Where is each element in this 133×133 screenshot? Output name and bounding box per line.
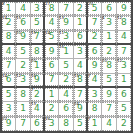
cell-r1c6[interactable]: 2 [74, 2, 88, 16]
digit: 7 [106, 104, 112, 113]
cell-r2c3[interactable]: 5 [31, 16, 45, 30]
cell-r1c7[interactable]: 205 [88, 2, 102, 16]
cell-r5c1[interactable]: 7 [2, 59, 16, 73]
digit: 7 [63, 4, 69, 13]
cell-r3c1[interactable]: 8 [2, 31, 16, 45]
digit: 1 [121, 75, 127, 84]
cage-sum: 20 [102, 59, 107, 63]
digit: 2 [92, 32, 98, 41]
cage-sum: 14 [2, 74, 7, 78]
digit: 1 [77, 18, 83, 27]
digit: 8 [34, 47, 40, 56]
digit: 9 [121, 4, 127, 13]
cage-sum: 11 [59, 31, 64, 35]
digit: 6 [49, 61, 55, 70]
cage-sum: 15 [16, 16, 21, 20]
cell-r8c6[interactable]: 249 [74, 102, 88, 116]
cell-r2c4[interactable]: 4 [45, 16, 59, 30]
cage-sum: 20 [31, 59, 36, 63]
cell-r6c8[interactable]: 5 [102, 74, 116, 88]
cage-sum: 14 [45, 31, 50, 35]
cell-r2c1[interactable]: 142 [2, 16, 16, 30]
digit: 2 [63, 75, 69, 84]
cell-r7c4[interactable]: 1 [45, 88, 59, 102]
cell-r5c2[interactable]: 2 [16, 59, 30, 73]
cage-sum: 22 [2, 117, 7, 121]
cell-r7c8[interactable]: 9 [102, 88, 116, 102]
cage-sum: 20 [88, 2, 93, 6]
cage-sum: 17 [45, 2, 50, 6]
cage-sum: 8 [2, 2, 5, 6]
digit: 4 [49, 18, 55, 27]
digit: 8 [63, 119, 69, 128]
cell-r4c5[interactable]: 161 [59, 45, 73, 59]
digit: 9 [106, 90, 112, 99]
digit: 3 [6, 104, 12, 113]
cell-r7c5[interactable]: 4 [59, 88, 73, 102]
digit: 8 [20, 90, 26, 99]
cell-r9c9[interactable]: 2 [117, 117, 131, 131]
cell-r2c9[interactable]: 128 [117, 16, 131, 30]
cell-r3c9[interactable]: 4 [117, 31, 131, 45]
digit: 5 [20, 47, 26, 56]
digit: 5 [106, 75, 112, 84]
cage-sum: 7 [88, 117, 91, 121]
cell-r5c3[interactable]: 201 [31, 59, 45, 73]
digit: 7 [6, 61, 12, 70]
cell-r9c3[interactable]: 6 [31, 117, 45, 131]
digit: 2 [77, 4, 83, 13]
digit: 6 [34, 119, 40, 128]
digit: 7 [92, 18, 98, 27]
cell-r4c7[interactable]: 6 [88, 45, 102, 59]
cell-r5c4[interactable]: 6 [45, 59, 59, 73]
cage-sum: 16 [59, 45, 64, 49]
cell-r4c9[interactable]: 7 [117, 45, 131, 59]
digit: 2 [49, 104, 55, 113]
cell-r3c4[interactable]: 145 [45, 31, 59, 45]
cage-sum: 16 [45, 117, 50, 121]
cell-r9c7[interactable]: 71 [88, 117, 102, 131]
digit: 8 [92, 104, 98, 113]
cage-sum: 12 [117, 16, 122, 20]
digit: 1 [49, 90, 55, 99]
cage-sum: 12 [16, 74, 21, 78]
digit: 5 [34, 18, 40, 27]
digit: 3 [106, 18, 112, 27]
digit: 1 [6, 4, 12, 13]
cell-r2c6[interactable]: 1 [74, 16, 88, 30]
digit: 7 [121, 47, 127, 56]
cell-r7c6[interactable]: 7 [74, 88, 88, 102]
cell-r8c7[interactable]: 8 [88, 102, 102, 116]
cell-r7c9[interactable]: 6 [117, 88, 131, 102]
cell-r6c1[interactable]: 146 [2, 74, 16, 88]
cell-r8c2[interactable]: 1 [16, 102, 30, 116]
cell-r7c3[interactable]: 72 [31, 88, 45, 102]
cell-r7c1[interactable]: 5 [2, 88, 16, 102]
cage-sum: 14 [2, 16, 7, 20]
cell-r3c5[interactable]: 113 [59, 31, 73, 45]
cell-r4c6[interactable]: 3 [74, 45, 88, 59]
cell-r6c9[interactable]: 1 [117, 74, 131, 88]
cage-sum: 15 [74, 74, 79, 78]
digit: 4 [106, 119, 112, 128]
cell-r2c8[interactable]: 43 [102, 16, 116, 30]
cell-r3c6[interactable]: 6 [74, 31, 88, 45]
digit: 5 [6, 90, 12, 99]
cell-r6c4[interactable]: 7 [45, 74, 59, 88]
cage-sum: 12 [117, 59, 122, 63]
digit: 3 [34, 4, 40, 13]
cage-sum: 16 [31, 74, 36, 78]
digit: 8 [6, 32, 12, 41]
cell-r9c4[interactable]: 163 [45, 117, 59, 131]
cell-r9c6[interactable]: 5 [74, 117, 88, 131]
cell-r8c9[interactable]: 5 [117, 102, 131, 116]
cell-r7c2[interactable]: 8 [16, 88, 30, 102]
cell-r6c7[interactable]: 74 [88, 74, 102, 88]
digit: 1 [106, 32, 112, 41]
digit: 3 [92, 90, 98, 99]
cell-r1c8[interactable]: 6 [102, 2, 116, 16]
cage-sum: 13 [31, 102, 36, 106]
cell-r9c8[interactable]: 4 [102, 117, 116, 131]
cell-r4c4[interactable]: 9 [45, 45, 59, 59]
cell-r5c8[interactable]: 208 [102, 59, 116, 73]
cell-r1c4[interactable]: 178 [45, 2, 59, 16]
cell-r5c6[interactable]: 4 [74, 59, 88, 73]
digit: 3 [77, 47, 83, 56]
cage-sum: 7 [88, 74, 91, 78]
cell-r1c2[interactable]: 4 [16, 2, 30, 16]
cell-r8c4[interactable]: 2 [45, 102, 59, 116]
digit: 6 [63, 104, 69, 113]
cell-r2c7[interactable]: 7 [88, 16, 102, 30]
cell-r2c5[interactable]: 139 [59, 16, 73, 30]
digit: 5 [63, 61, 69, 70]
cell-r6c2[interactable]: 123 [16, 74, 30, 88]
cell-r9c1[interactable]: 229 [2, 117, 16, 131]
digit: 2 [121, 119, 127, 128]
cell-r4c1[interactable]: 4 [2, 45, 16, 59]
cell-r7c7[interactable]: 3 [88, 88, 102, 102]
digit: 6 [77, 32, 83, 41]
cell-r6c6[interactable]: 158 [74, 74, 88, 88]
cell-r8c8[interactable]: 7 [102, 102, 116, 116]
digit: 5 [121, 104, 127, 113]
digit: 6 [106, 4, 112, 13]
digit: 6 [92, 47, 98, 56]
cage-sum: 7 [31, 88, 34, 92]
digit: 7 [49, 75, 55, 84]
cell-r1c1[interactable]: 81 [2, 2, 16, 16]
digit: 9 [92, 61, 98, 70]
cell-r1c9[interactable]: 9 [117, 2, 131, 16]
cell-r5c9[interactable]: 123 [117, 59, 131, 73]
cell-r1c3[interactable]: 3 [31, 2, 45, 16]
digit: 4 [92, 75, 98, 84]
cell-r5c7[interactable]: 9 [88, 59, 102, 73]
cell-r3c8[interactable]: 1 [102, 31, 116, 45]
cage-sum: 15 [31, 31, 36, 35]
digit: 6 [121, 90, 127, 99]
cell-r9c5[interactable]: 8 [59, 117, 73, 131]
cell-r2c2[interactable]: 156 [16, 16, 30, 30]
cage-sum: 20 [16, 31, 21, 35]
digit: 1 [20, 104, 26, 113]
digit: 7 [20, 119, 26, 128]
digit: 4 [63, 90, 69, 99]
digit: 7 [77, 90, 83, 99]
cell-r5c5[interactable]: 5 [59, 59, 73, 73]
killer-sudoku-board: 8143178722056914215654139174312882091571… [0, 0, 133, 133]
cell-r6c3[interactable]: 169 [31, 74, 45, 88]
cell-r4c3[interactable]: 8 [31, 45, 45, 59]
cell-r1c5[interactable]: 7 [59, 2, 73, 16]
digit: 2 [34, 90, 40, 99]
cell-r8c1[interactable]: 3 [2, 102, 16, 116]
cage-sum: 4 [102, 16, 105, 20]
digit: 5 [77, 119, 83, 128]
cage-sum: 24 [74, 102, 79, 106]
cell-r9c2[interactable]: 7 [16, 117, 30, 131]
cell-r3c7[interactable]: 2 [88, 31, 102, 45]
cell-r4c2[interactable]: 5 [16, 45, 30, 59]
digit: 2 [106, 47, 112, 56]
cell-r3c3[interactable]: 157 [31, 31, 45, 45]
cell-r4c8[interactable]: 2 [102, 45, 116, 59]
digit: 1 [92, 119, 98, 128]
digit: 9 [49, 47, 55, 56]
digit: 4 [20, 4, 26, 13]
cell-r8c5[interactable]: 6 [59, 102, 73, 116]
digit: 4 [77, 61, 83, 70]
digit: 4 [6, 47, 12, 56]
cell-r3c2[interactable]: 209 [16, 31, 30, 45]
digit: 4 [121, 32, 127, 41]
cell-r6c5[interactable]: 2 [59, 74, 73, 88]
digit: 2 [20, 61, 26, 70]
cell-r8c3[interactable]: 134 [31, 102, 45, 116]
cage-sum: 13 [59, 16, 64, 20]
